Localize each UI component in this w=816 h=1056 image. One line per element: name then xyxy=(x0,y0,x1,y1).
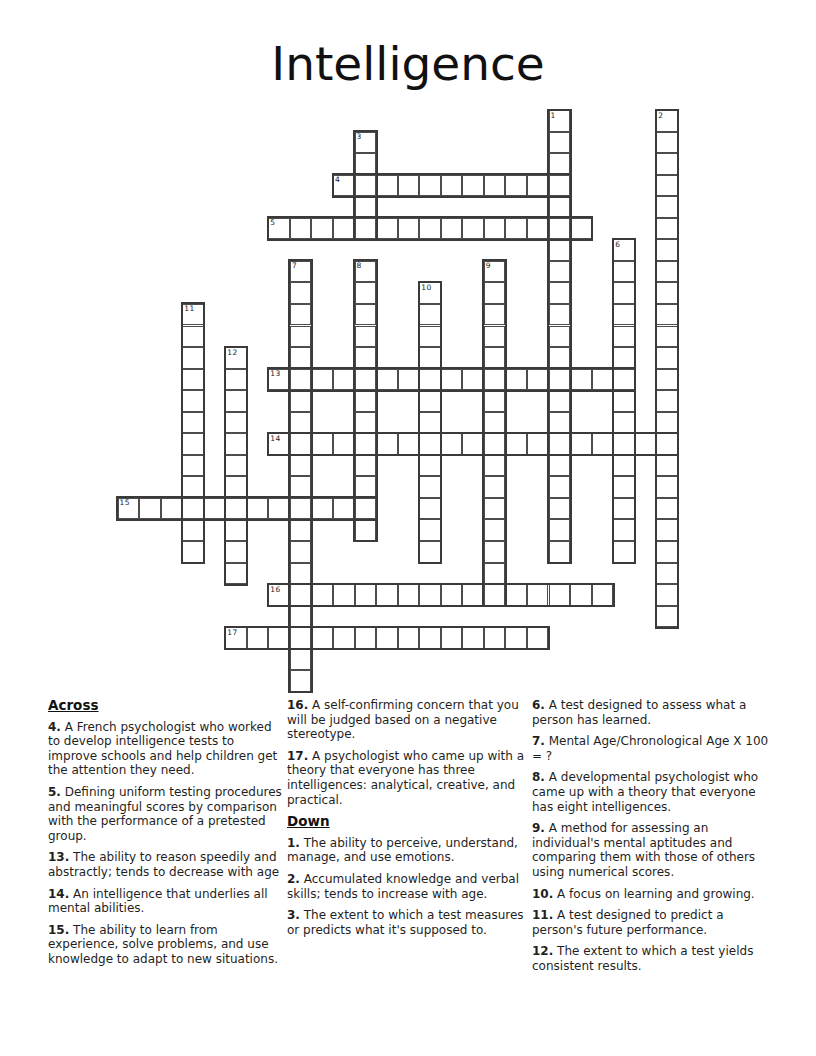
grid-cell[interactable] xyxy=(484,347,506,369)
grid-cell[interactable] xyxy=(549,541,571,563)
grid-cell[interactable] xyxy=(592,433,614,455)
grid-cell[interactable] xyxy=(290,347,312,369)
grid-cell[interactable] xyxy=(376,433,398,455)
grid-cell[interactable] xyxy=(290,261,312,283)
grid-cell[interactable] xyxy=(355,196,377,218)
grid-cell[interactable] xyxy=(441,369,463,391)
grid-cell[interactable] xyxy=(182,541,204,563)
grid-cell[interactable] xyxy=(419,347,441,369)
clue-down-10: 10. A focus on learning and growing. xyxy=(532,887,770,902)
grid-cell[interactable] xyxy=(549,433,571,455)
grid-cell[interactable] xyxy=(290,519,312,541)
grid-cell[interactable] xyxy=(613,390,635,412)
grid-cell[interactable] xyxy=(182,455,204,477)
grid-cell[interactable] xyxy=(290,670,312,692)
grid-cell[interactable] xyxy=(484,369,506,391)
grid-cell[interactable] xyxy=(613,519,635,541)
grid-cell[interactable] xyxy=(290,218,312,240)
grid-cell[interactable] xyxy=(549,390,571,412)
grid-cell[interactable] xyxy=(462,433,484,455)
clue-down-6: 6. A test designed to assess what a pers… xyxy=(532,698,770,727)
grid-cell[interactable] xyxy=(311,584,333,606)
grid-cell[interactable] xyxy=(355,326,377,348)
grid-cell[interactable] xyxy=(247,498,269,520)
grid-cell[interactable] xyxy=(656,476,678,498)
grid-cell[interactable] xyxy=(419,369,441,391)
grid-cell[interactable] xyxy=(333,433,355,455)
grid-cell[interactable] xyxy=(225,563,247,585)
grid-cell[interactable] xyxy=(613,433,635,455)
grid-cell[interactable] xyxy=(505,433,527,455)
grid-cell[interactable] xyxy=(333,218,355,240)
grid-cell[interactable] xyxy=(613,369,635,391)
grid-cell[interactable] xyxy=(484,390,506,412)
grid-cell[interactable] xyxy=(484,282,506,304)
grid-cell[interactable] xyxy=(613,455,635,477)
grid-cell[interactable] xyxy=(549,476,571,498)
grid-cell[interactable] xyxy=(549,132,571,154)
grid-cell[interactable] xyxy=(355,433,377,455)
grid-cell[interactable] xyxy=(549,519,571,541)
grid-cell[interactable] xyxy=(182,326,204,348)
grid-cell[interactable] xyxy=(290,606,312,628)
grid-cell[interactable] xyxy=(204,498,226,520)
grid-cell[interactable] xyxy=(355,153,377,175)
grid-cell[interactable] xyxy=(311,433,333,455)
grid-cell[interactable] xyxy=(570,433,592,455)
grid-cell[interactable] xyxy=(311,369,333,391)
grid-cell[interactable] xyxy=(355,455,377,477)
grid-cell[interactable] xyxy=(656,390,678,412)
grid-cell[interactable] xyxy=(182,476,204,498)
grid-cell[interactable] xyxy=(570,218,592,240)
grid-cell[interactable] xyxy=(549,110,571,132)
clue-down-1: 1. The ability to perceive, understand, … xyxy=(287,836,525,865)
grid-cell[interactable] xyxy=(549,282,571,304)
grid-cell[interactable] xyxy=(225,390,247,412)
grid-cell[interactable] xyxy=(505,584,527,606)
grid-cell[interactable] xyxy=(290,563,312,585)
grid-cell[interactable] xyxy=(290,433,312,455)
grid-cell[interactable] xyxy=(484,412,506,434)
clue-down-2: 2. Accumulated knowledge and verbal skil… xyxy=(287,872,525,901)
grid-cell[interactable] xyxy=(484,175,506,197)
grid-cell[interactable] xyxy=(656,261,678,283)
grid-cell[interactable] xyxy=(527,584,549,606)
grid-cell[interactable] xyxy=(290,326,312,348)
grid-cell[interactable] xyxy=(527,218,549,240)
grid-cell[interactable] xyxy=(290,455,312,477)
clue-across-15: 15. The ability to learn from experience… xyxy=(48,923,286,967)
clues-column-1: Across4. A French psychologist who worke… xyxy=(48,698,286,974)
grid-cell[interactable] xyxy=(290,390,312,412)
grid-cell[interactable] xyxy=(355,498,377,520)
grid-cell[interactable] xyxy=(656,132,678,154)
grid-cell[interactable] xyxy=(570,369,592,391)
grid-cell[interactable] xyxy=(139,498,161,520)
grid-cell[interactable] xyxy=(290,369,312,391)
grid-cell[interactable] xyxy=(398,433,420,455)
grid-cell[interactable] xyxy=(549,261,571,283)
grid-cell[interactable] xyxy=(182,369,204,391)
grid-cell[interactable] xyxy=(182,390,204,412)
grid-cell[interactable] xyxy=(225,369,247,391)
grid-cell[interactable] xyxy=(290,584,312,606)
grid-cell[interactable] xyxy=(419,175,441,197)
grid-cell[interactable] xyxy=(656,498,678,520)
grid-cell[interactable] xyxy=(311,498,333,520)
grid-cell[interactable] xyxy=(290,476,312,498)
grid-cell[interactable] xyxy=(376,627,398,649)
grid-cell[interactable] xyxy=(656,519,678,541)
grid-cell[interactable] xyxy=(549,498,571,520)
grid-cell[interactable] xyxy=(441,218,463,240)
grid-cell[interactable] xyxy=(549,175,571,197)
grid-cell[interactable] xyxy=(225,412,247,434)
grid-cell[interactable] xyxy=(290,649,312,671)
grid-cell[interactable] xyxy=(355,132,377,154)
grid-cell[interactable] xyxy=(484,627,506,649)
grid-cell[interactable] xyxy=(182,347,204,369)
grid-cell[interactable] xyxy=(462,369,484,391)
clue-down-9: 9. A method for assessing an individual'… xyxy=(532,821,770,879)
grid-cell[interactable] xyxy=(505,627,527,649)
grid-cell[interactable] xyxy=(419,412,441,434)
grid-cell[interactable] xyxy=(656,584,678,606)
grid-cell[interactable] xyxy=(333,584,355,606)
grid-cell[interactable] xyxy=(656,347,678,369)
grid-cell[interactable] xyxy=(419,584,441,606)
grid-cell[interactable] xyxy=(613,412,635,434)
grid-cell[interactable] xyxy=(549,196,571,218)
grid-cell[interactable] xyxy=(656,175,678,197)
grid-cell[interactable] xyxy=(182,519,204,541)
grid-cell[interactable] xyxy=(311,218,333,240)
grid-cell[interactable] xyxy=(355,476,377,498)
grid-cell[interactable] xyxy=(656,563,678,585)
grid-cell[interactable] xyxy=(398,369,420,391)
down-header: Down xyxy=(287,814,525,829)
clue-across-4: 4. A French psychologist who worked to d… xyxy=(48,720,286,778)
grid-cell[interactable] xyxy=(635,433,657,455)
grid-cell[interactable] xyxy=(268,369,290,391)
grid-cell[interactable] xyxy=(656,326,678,348)
grid-cell[interactable] xyxy=(505,218,527,240)
grid-cell[interactable] xyxy=(613,239,635,261)
grid-cell[interactable] xyxy=(268,498,290,520)
grid-cell[interactable] xyxy=(398,218,420,240)
grid-cell[interactable] xyxy=(656,412,678,434)
grid-cell[interactable] xyxy=(441,175,463,197)
grid-cell[interactable] xyxy=(549,239,571,261)
grid-cell[interactable] xyxy=(613,282,635,304)
grid-cell[interactable] xyxy=(225,627,247,649)
grid-cell[interactable] xyxy=(355,412,377,434)
grid-cell[interactable] xyxy=(268,584,290,606)
grid-cell[interactable] xyxy=(355,282,377,304)
grid-cell[interactable] xyxy=(355,369,377,391)
grid-cell[interactable] xyxy=(656,110,678,132)
grid-cell[interactable] xyxy=(549,326,571,348)
grid-cell[interactable] xyxy=(462,627,484,649)
grid-cell[interactable] xyxy=(549,347,571,369)
grid-cell[interactable] xyxy=(484,261,506,283)
grid-cell[interactable] xyxy=(441,584,463,606)
grid-cell[interactable] xyxy=(290,627,312,649)
grid-cell[interactable] xyxy=(656,433,678,455)
grid-cell[interactable] xyxy=(419,519,441,541)
grid-cell[interactable] xyxy=(225,433,247,455)
clue-down-8: 8. A developmental psychologist who came… xyxy=(532,770,770,814)
page-title: Intelligence xyxy=(0,36,816,91)
grid-cell[interactable] xyxy=(462,584,484,606)
grid-cell[interactable] xyxy=(462,175,484,197)
grid-cell[interactable] xyxy=(225,519,247,541)
grid-cell[interactable] xyxy=(462,218,484,240)
grid-cell[interactable] xyxy=(549,412,571,434)
grid-cell[interactable] xyxy=(549,304,571,326)
grid-cell[interactable] xyxy=(182,304,204,326)
grid-cell[interactable] xyxy=(656,153,678,175)
grid-cell[interactable] xyxy=(613,476,635,498)
grid-cell[interactable] xyxy=(355,627,377,649)
grid-cell[interactable] xyxy=(376,218,398,240)
grid-cell[interactable] xyxy=(247,627,269,649)
grid-cell[interactable] xyxy=(268,433,290,455)
clue-across-16: 16. A self-confirming concern that you w… xyxy=(287,698,525,742)
grid-cell[interactable] xyxy=(225,455,247,477)
grid-cell[interactable] xyxy=(656,369,678,391)
grid-cell[interactable] xyxy=(656,606,678,628)
grid-cell[interactable] xyxy=(290,304,312,326)
grid-cell[interactable] xyxy=(182,498,204,520)
grid-cell[interactable] xyxy=(419,390,441,412)
grid-cell[interactable] xyxy=(355,218,377,240)
clue-down-7: 7. Mental Age/Chronological Age X 100 = … xyxy=(532,734,770,763)
grid-cell[interactable] xyxy=(549,369,571,391)
grid-cell[interactable] xyxy=(613,347,635,369)
clue-across-5: 5. Defining uniform testing procedures a… xyxy=(48,785,286,843)
grid-cell[interactable] xyxy=(613,326,635,348)
grid-cell[interactable] xyxy=(419,326,441,348)
grid-cell[interactable] xyxy=(505,175,527,197)
clue-down-3: 3. The extent to which a test measures o… xyxy=(287,908,525,937)
grid-cell[interactable] xyxy=(527,175,549,197)
grid-cell[interactable] xyxy=(484,498,506,520)
grid-cell[interactable] xyxy=(549,455,571,477)
grid-cell[interactable] xyxy=(355,519,377,541)
clue-across-17: 17. A psychologist who came up with a th… xyxy=(287,749,525,807)
grid-cell[interactable] xyxy=(355,261,377,283)
grid-cell[interactable] xyxy=(268,627,290,649)
grid-cell[interactable] xyxy=(484,326,506,348)
grid-cell[interactable] xyxy=(570,584,592,606)
grid-cell[interactable] xyxy=(549,218,571,240)
grid-cell[interactable] xyxy=(549,584,571,606)
grid-cell[interactable] xyxy=(225,476,247,498)
grid-cell[interactable] xyxy=(355,584,377,606)
grid-cell[interactable] xyxy=(182,412,204,434)
grid-cell[interactable] xyxy=(441,433,463,455)
grid-cell[interactable] xyxy=(419,627,441,649)
grid-cell[interactable] xyxy=(613,498,635,520)
grid-cell[interactable] xyxy=(484,584,506,606)
clues-column-3: 6. A test designed to assess what a pers… xyxy=(532,698,770,981)
grid-cell[interactable] xyxy=(549,153,571,175)
clue-across-14: 14. An intelligence that underlies all m… xyxy=(48,887,286,916)
grid-cell[interactable] xyxy=(441,627,463,649)
grid-cell[interactable] xyxy=(419,455,441,477)
grid-cell[interactable] xyxy=(419,282,441,304)
grid-cell[interactable] xyxy=(484,455,506,477)
grid-cell[interactable] xyxy=(484,519,506,541)
grid-cell[interactable] xyxy=(484,304,506,326)
grid-cell[interactable] xyxy=(268,218,290,240)
grid-cell[interactable] xyxy=(656,218,678,240)
grid-cell[interactable] xyxy=(613,261,635,283)
grid-cell[interactable] xyxy=(225,541,247,563)
grid-cell[interactable] xyxy=(376,175,398,197)
grid-cell[interactable] xyxy=(333,175,355,197)
grid-cell[interactable] xyxy=(592,584,614,606)
grid-cell[interactable] xyxy=(161,498,183,520)
grid-cell[interactable] xyxy=(355,347,377,369)
grid-cell[interactable] xyxy=(290,282,312,304)
grid-cell[interactable] xyxy=(484,433,506,455)
grid-cell[interactable] xyxy=(656,239,678,261)
grid-cell[interactable] xyxy=(505,369,527,391)
grid-cell[interactable] xyxy=(656,196,678,218)
grid-cell[interactable] xyxy=(311,627,333,649)
grid-cell[interactable] xyxy=(527,433,549,455)
grid-cell[interactable] xyxy=(225,498,247,520)
grid-cell[interactable] xyxy=(355,304,377,326)
grid-cell[interactable] xyxy=(484,476,506,498)
grid-cell[interactable] xyxy=(592,369,614,391)
grid-cell[interactable] xyxy=(419,433,441,455)
grid-cell[interactable] xyxy=(355,175,377,197)
grid-cell[interactable] xyxy=(290,412,312,434)
grid-cell[interactable] xyxy=(419,218,441,240)
grid-cell[interactable] xyxy=(398,627,420,649)
grid-cell[interactable] xyxy=(656,541,678,563)
grid-cell[interactable] xyxy=(656,455,678,477)
grid-cell[interactable] xyxy=(225,347,247,369)
grid-cell[interactable] xyxy=(419,476,441,498)
grid-cell[interactable] xyxy=(484,541,506,563)
grid-cell[interactable] xyxy=(613,304,635,326)
grid-cell[interactable] xyxy=(419,498,441,520)
across-header: Across xyxy=(48,698,286,713)
grid-cell[interactable] xyxy=(290,498,312,520)
grid-cell[interactable] xyxy=(656,304,678,326)
grid-cell[interactable] xyxy=(182,433,204,455)
grid-cell[interactable] xyxy=(419,541,441,563)
grid-cell[interactable] xyxy=(398,175,420,197)
grid-cell[interactable] xyxy=(398,584,420,606)
crossword-page: Intelligence 1234567891011121314151617 A… xyxy=(0,0,816,1056)
grid-cell[interactable] xyxy=(527,369,549,391)
grid-cell[interactable] xyxy=(484,563,506,585)
grid-cell[interactable] xyxy=(376,584,398,606)
clue-down-11: 11. A test designed to predict a person'… xyxy=(532,908,770,937)
grid-cell[interactable] xyxy=(333,627,355,649)
grid-cell[interactable] xyxy=(290,541,312,563)
grid-cell[interactable] xyxy=(333,498,355,520)
grid-cell[interactable] xyxy=(656,282,678,304)
grid-cell[interactable] xyxy=(118,498,140,520)
grid-cell[interactable] xyxy=(613,541,635,563)
grid-cell[interactable] xyxy=(484,218,506,240)
grid-cell[interactable] xyxy=(333,369,355,391)
clue-down-12: 12. The extent to which a test yields co… xyxy=(532,944,770,973)
grid-cell[interactable] xyxy=(355,390,377,412)
grid-cell[interactable] xyxy=(419,304,441,326)
clues-column-2: 16. A self-confirming concern that you w… xyxy=(287,698,525,944)
clue-across-13: 13. The ability to reason speedily and a… xyxy=(48,850,286,879)
grid-cell[interactable] xyxy=(376,369,398,391)
grid-cell[interactable] xyxy=(527,627,549,649)
